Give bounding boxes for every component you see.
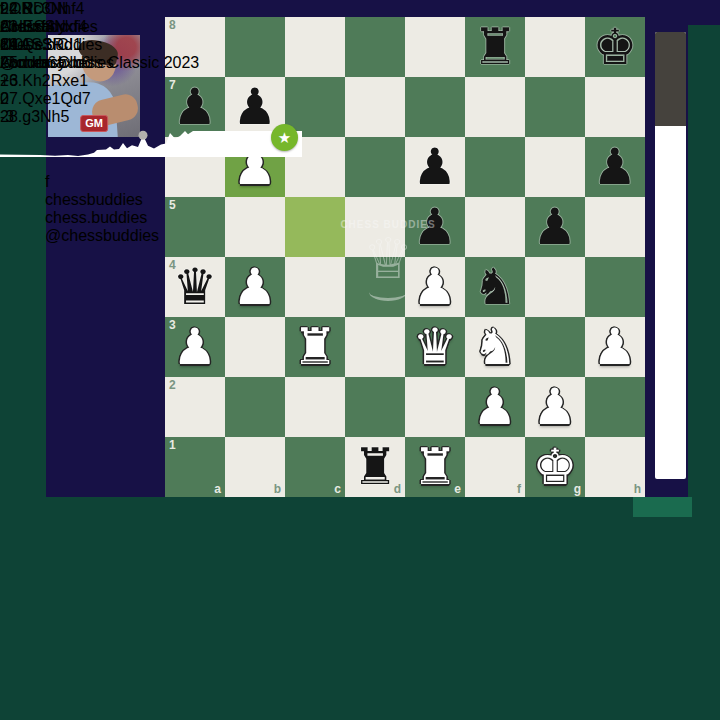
- square-h1[interactable]: h: [585, 437, 645, 497]
- square-e5[interactable]: ♟: [405, 197, 465, 257]
- square-f8[interactable]: ♜: [465, 17, 525, 77]
- square-d5[interactable]: [345, 197, 405, 257]
- instagram-link[interactable]: chess.buddies: [45, 209, 140, 227]
- black-move[interactable]: Nh5: [40, 108, 69, 125]
- black-rook-d1: ♜: [353, 442, 398, 492]
- square-e7[interactable]: [405, 77, 465, 137]
- white-pawn-f2: ♟: [473, 382, 518, 432]
- square-e4[interactable]: ♟: [405, 257, 465, 317]
- square-g4[interactable]: [525, 257, 585, 317]
- square-g8[interactable]: [525, 17, 585, 77]
- square-g7[interactable]: [525, 77, 585, 137]
- square-f6[interactable]: [465, 137, 525, 197]
- white-pawn-h3: ♟: [593, 322, 638, 372]
- square-h8[interactable]: ♚: [585, 17, 645, 77]
- evaluation-bar-black-part: [655, 32, 686, 126]
- logo-line-3: CLASSIC: [0, 36, 199, 54]
- file-label-b: b: [274, 482, 281, 496]
- black-move[interactable]: Rxe1: [51, 72, 88, 89]
- rank-label-2: 2: [169, 378, 176, 392]
- square-f1[interactable]: f: [465, 437, 525, 497]
- square-g6[interactable]: [525, 137, 585, 197]
- square-d7[interactable]: [345, 77, 405, 137]
- square-a4[interactable]: 4♛: [165, 257, 225, 317]
- square-a5[interactable]: 5: [165, 197, 225, 257]
- square-b4[interactable]: ♟: [225, 257, 285, 317]
- square-d2[interactable]: [345, 377, 405, 437]
- white-rook-c3: ♜: [293, 322, 338, 372]
- square-d1[interactable]: d♜: [345, 437, 405, 497]
- white-pawn-b4: ♟: [233, 262, 278, 312]
- square-h4[interactable]: [585, 257, 645, 317]
- white-king-g1: ♚: [533, 442, 578, 492]
- black-pawn-h6: ♟: [593, 142, 638, 192]
- square-b5[interactable]: [225, 197, 285, 257]
- square-g5[interactable]: ♟: [525, 197, 585, 257]
- move-number: 26.: [0, 72, 22, 89]
- square-e2[interactable]: [405, 377, 465, 437]
- square-d6[interactable]: [345, 137, 405, 197]
- white-rook-e1: ♜: [413, 442, 458, 492]
- youtube-link[interactable]: @chessbuddies: [45, 227, 140, 245]
- move-number: 28.: [0, 108, 22, 125]
- file-label-h: h: [634, 482, 641, 496]
- white-move[interactable]: g3: [22, 108, 40, 125]
- square-c8[interactable]: [285, 17, 345, 77]
- square-e3[interactable]: ♛: [405, 317, 465, 377]
- black-pawn-e6: ♟: [413, 142, 458, 192]
- black-knight-f4: ♞: [473, 262, 518, 312]
- white-queen-e3: ♛: [413, 322, 458, 372]
- right-teal-band: [688, 25, 720, 720]
- square-b1[interactable]: b: [225, 437, 285, 497]
- square-d3[interactable]: [345, 317, 405, 377]
- evaluation-graph[interactable]: [0, 126, 302, 194]
- file-label-e: e: [454, 482, 461, 496]
- square-h3[interactable]: ♟: [585, 317, 645, 377]
- square-e1[interactable]: e♜: [405, 437, 465, 497]
- square-d8[interactable]: [345, 17, 405, 77]
- square-f2[interactable]: ♟: [465, 377, 525, 437]
- logo-line-2: CHESS: [0, 18, 199, 36]
- square-e8[interactable]: [405, 17, 465, 77]
- evaluation-bar: [655, 32, 686, 479]
- file-label-g: g: [574, 482, 581, 496]
- file-label-a: a: [214, 482, 221, 496]
- square-h5[interactable]: [585, 197, 645, 257]
- social-card-left: f chessbuddies chess.buddies @chessbuddi…: [45, 173, 140, 345]
- square-b8[interactable]: [225, 17, 285, 77]
- square-a3[interactable]: 3♟: [165, 317, 225, 377]
- evaluation-graph-svg: [0, 126, 302, 190]
- square-c3[interactable]: ♜: [285, 317, 345, 377]
- square-e6[interactable]: ♟: [405, 137, 465, 197]
- square-d4[interactable]: [345, 257, 405, 317]
- logo-line-1: LONDON: [0, 0, 199, 18]
- white-knight-f3: ♞: [473, 322, 518, 372]
- black-pawn-a7: ♟: [173, 82, 218, 132]
- rank-label-5: 5: [169, 198, 176, 212]
- white-move[interactable]: Kh2: [22, 72, 50, 89]
- square-c5[interactable]: [285, 197, 345, 257]
- square-h2[interactable]: [585, 377, 645, 437]
- file-label-f: f: [517, 482, 521, 496]
- bottom-teal-band: [46, 497, 688, 720]
- square-h7[interactable]: [585, 77, 645, 137]
- move-row-26: 26.Kh2Rxe1: [0, 72, 91, 90]
- square-f5[interactable]: [465, 197, 525, 257]
- chess-board: 8♜♚7♟♟6♟♟♟5♟♟4♛♟♟♞3♟♜♛♞♟2♟♟1abcd♜e♜fg♚h: [165, 17, 645, 497]
- move-number: 27.: [0, 90, 22, 107]
- square-g1[interactable]: g♚: [525, 437, 585, 497]
- square-g3[interactable]: [525, 317, 585, 377]
- youtube-handle: @chessbuddies: [45, 227, 140, 245]
- square-c1[interactable]: c: [285, 437, 345, 497]
- white-pawn-e4: ♟: [413, 262, 458, 312]
- rank-label-3: 3: [169, 318, 176, 332]
- black-king-h8: ♚: [593, 22, 638, 72]
- tournament-title: London Chess Classic 2023: [0, 54, 199, 72]
- square-a2[interactable]: 2: [165, 377, 225, 437]
- rank-label-7: 7: [169, 78, 176, 92]
- move-row-28: 28.g3Nh5: [0, 108, 91, 126]
- white-pawn-g2: ♟: [533, 382, 578, 432]
- great-move-star-icon: ★: [271, 124, 298, 151]
- black-queen-a4: ♛: [173, 262, 218, 312]
- tournament-banner: LONDON CHESS CLASSIC London Chess Classi…: [0, 0, 199, 72]
- file-label-d: d: [394, 482, 401, 496]
- current-move-marker: [139, 131, 148, 140]
- white-pawn-a3: ♟: [173, 322, 218, 372]
- black-move[interactable]: Qd7: [61, 90, 91, 107]
- green-accent-block: [633, 497, 692, 517]
- square-f7[interactable]: [465, 77, 525, 137]
- black-pawn-b7: ♟: [233, 82, 278, 132]
- square-f3[interactable]: ♞: [465, 317, 525, 377]
- instagram-handle: chess.buddies: [45, 209, 140, 227]
- white-move[interactable]: Qxe1: [22, 90, 60, 107]
- black-pawn-e5: ♟: [413, 202, 458, 252]
- black-rook-f8: ♜: [473, 22, 518, 72]
- square-b2[interactable]: [225, 377, 285, 437]
- square-h6[interactable]: ♟: [585, 137, 645, 197]
- square-a1[interactable]: 1a: [165, 437, 225, 497]
- rank-label-4: 4: [169, 258, 176, 272]
- black-pawn-g5: ♟: [533, 202, 578, 252]
- square-f4[interactable]: ♞: [465, 257, 525, 317]
- file-label-c: c: [334, 482, 341, 496]
- square-g2[interactable]: ♟: [525, 377, 585, 437]
- player-hand: [100, 75, 122, 93]
- square-c2[interactable]: [285, 377, 345, 437]
- square-b3[interactable]: [225, 317, 285, 377]
- square-c4[interactable]: [285, 257, 345, 317]
- move-row-27: 27.Qxe1Qd7: [0, 90, 91, 108]
- rank-label-1: 1: [169, 438, 176, 452]
- london-chess-classic-logo: LONDON CHESS CLASSIC: [0, 0, 199, 54]
